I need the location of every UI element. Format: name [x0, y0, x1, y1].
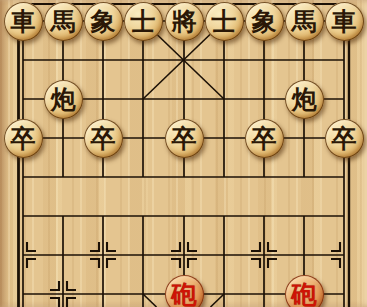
piece-black-elephant[interactable]: 象 — [84, 2, 123, 41]
piece-character: 炮 — [51, 87, 76, 112]
piece-red-cannon[interactable]: 砲 — [285, 275, 324, 307]
xiangqi-board: 車馬象士將士象馬車炮炮卒卒卒卒砲砲卒 — [0, 0, 367, 307]
piece-character: 卒 — [11, 126, 36, 151]
piece-character: 砲 — [172, 282, 197, 307]
piece-character: 車 — [332, 9, 357, 34]
piece-black-chariot[interactable]: 車 — [4, 2, 43, 41]
piece-black-advisor[interactable]: 士 — [124, 2, 163, 41]
piece-black-horse[interactable]: 馬 — [44, 2, 83, 41]
piece-character: 卒 — [91, 126, 116, 151]
piece-black-soldier[interactable]: 卒 — [165, 119, 204, 158]
piece-character: 馬 — [51, 9, 76, 34]
piece-character: 象 — [91, 9, 116, 34]
piece-character: 卒 — [172, 126, 197, 151]
piece-character: 將 — [172, 9, 197, 34]
piece-red-cannon[interactable]: 砲 — [165, 275, 204, 307]
piece-black-soldier[interactable]: 卒 — [245, 119, 284, 158]
piece-black-elephant[interactable]: 象 — [245, 2, 284, 41]
piece-black-cannon[interactable]: 炮 — [44, 80, 83, 119]
piece-black-advisor[interactable]: 士 — [205, 2, 244, 41]
piece-black-cannon[interactable]: 炮 — [285, 80, 324, 119]
piece-character: 卒 — [332, 126, 357, 151]
piece-black-chariot[interactable]: 車 — [325, 2, 364, 41]
piece-black-general[interactable]: 將 — [165, 2, 204, 41]
piece-character: 砲 — [292, 282, 317, 307]
pieces-layer: 車馬象士將士象馬車炮炮卒卒卒卒砲砲卒 — [0, 0, 367, 307]
piece-character: 士 — [212, 9, 237, 34]
piece-character: 車 — [11, 9, 36, 34]
piece-black-soldier[interactable]: 卒 — [4, 119, 43, 158]
piece-black-soldier[interactable]: 卒 — [325, 119, 364, 158]
piece-black-horse[interactable]: 馬 — [285, 2, 324, 41]
piece-character: 馬 — [292, 9, 317, 34]
piece-character: 士 — [131, 9, 156, 34]
piece-character: 象 — [252, 9, 277, 34]
piece-character: 炮 — [292, 87, 317, 112]
piece-character: 卒 — [252, 126, 277, 151]
piece-black-soldier[interactable]: 卒 — [84, 119, 123, 158]
